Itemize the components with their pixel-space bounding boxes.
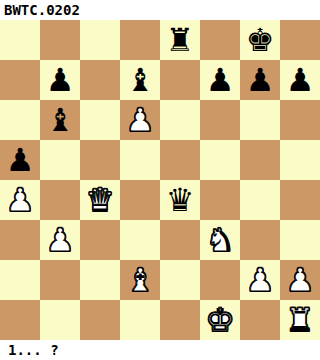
piece-black-pawn[interactable]: ♟ bbox=[200, 60, 240, 100]
piece-white-pawn[interactable]: ♟ bbox=[40, 220, 80, 260]
square-g2[interactable]: ♟ bbox=[240, 260, 280, 300]
piece-white-bishop[interactable]: ♝ bbox=[120, 260, 160, 300]
piece-white-rook[interactable]: ♜ bbox=[280, 300, 320, 340]
square-c8[interactable] bbox=[80, 20, 120, 60]
piece-black-pawn[interactable]: ♟ bbox=[280, 60, 320, 100]
square-g1[interactable] bbox=[240, 300, 280, 340]
square-g4[interactable] bbox=[240, 180, 280, 220]
square-d5[interactable] bbox=[120, 140, 160, 180]
square-g7[interactable]: ♟ bbox=[240, 60, 280, 100]
piece-black-king[interactable]: ♚ bbox=[240, 20, 280, 60]
square-h2[interactable]: ♟ bbox=[280, 260, 320, 300]
square-h8[interactable] bbox=[280, 20, 320, 60]
square-c4[interactable]: ♛ bbox=[80, 180, 120, 220]
caption-bar: 1... ? bbox=[0, 340, 320, 360]
square-g6[interactable] bbox=[240, 100, 280, 140]
square-e3[interactable] bbox=[160, 220, 200, 260]
square-a1[interactable] bbox=[0, 300, 40, 340]
square-b6[interactable]: ♝ bbox=[40, 100, 80, 140]
piece-black-pawn[interactable]: ♟ bbox=[40, 60, 80, 100]
square-h6[interactable] bbox=[280, 100, 320, 140]
square-d1[interactable] bbox=[120, 300, 160, 340]
piece-white-pawn[interactable]: ♟ bbox=[240, 260, 280, 300]
square-g8[interactable]: ♚ bbox=[240, 20, 280, 60]
square-h5[interactable] bbox=[280, 140, 320, 180]
square-b4[interactable] bbox=[40, 180, 80, 220]
piece-white-queen[interactable]: ♛ bbox=[80, 180, 120, 220]
square-e7[interactable] bbox=[160, 60, 200, 100]
title-bar: BWTC.0202 bbox=[0, 0, 320, 20]
square-f6[interactable] bbox=[200, 100, 240, 140]
square-h3[interactable] bbox=[280, 220, 320, 260]
square-f8[interactable] bbox=[200, 20, 240, 60]
square-d3[interactable] bbox=[120, 220, 160, 260]
square-f7[interactable]: ♟ bbox=[200, 60, 240, 100]
square-f2[interactable] bbox=[200, 260, 240, 300]
square-b8[interactable] bbox=[40, 20, 80, 60]
square-c3[interactable] bbox=[80, 220, 120, 260]
square-c5[interactable] bbox=[80, 140, 120, 180]
square-f5[interactable] bbox=[200, 140, 240, 180]
square-b3[interactable]: ♟ bbox=[40, 220, 80, 260]
square-d7[interactable]: ♝ bbox=[120, 60, 160, 100]
piece-white-knight[interactable]: ♞ bbox=[200, 220, 240, 260]
square-h7[interactable]: ♟ bbox=[280, 60, 320, 100]
square-g5[interactable] bbox=[240, 140, 280, 180]
square-f4[interactable] bbox=[200, 180, 240, 220]
piece-black-rook[interactable]: ♜ bbox=[160, 20, 200, 60]
square-d2[interactable]: ♝ bbox=[120, 260, 160, 300]
chess-board: ♜♚♟♝♟♟♟♝♟♟♟♛♛♟♞♝♟♟♚♜ bbox=[0, 20, 320, 340]
square-b7[interactable]: ♟ bbox=[40, 60, 80, 100]
piece-white-king[interactable]: ♚ bbox=[200, 300, 240, 340]
square-h1[interactable]: ♜ bbox=[280, 300, 320, 340]
square-h4[interactable] bbox=[280, 180, 320, 220]
page-title: BWTC.0202 bbox=[4, 2, 80, 18]
piece-white-pawn[interactable]: ♟ bbox=[0, 180, 40, 220]
piece-black-pawn[interactable]: ♟ bbox=[240, 60, 280, 100]
square-a6[interactable] bbox=[0, 100, 40, 140]
square-a7[interactable] bbox=[0, 60, 40, 100]
square-a3[interactable] bbox=[0, 220, 40, 260]
square-a5[interactable]: ♟ bbox=[0, 140, 40, 180]
square-b1[interactable] bbox=[40, 300, 80, 340]
square-e2[interactable] bbox=[160, 260, 200, 300]
square-a4[interactable]: ♟ bbox=[0, 180, 40, 220]
square-e1[interactable] bbox=[160, 300, 200, 340]
square-e5[interactable] bbox=[160, 140, 200, 180]
square-c1[interactable] bbox=[80, 300, 120, 340]
square-d4[interactable] bbox=[120, 180, 160, 220]
square-a2[interactable] bbox=[0, 260, 40, 300]
piece-white-pawn[interactable]: ♟ bbox=[280, 260, 320, 300]
piece-black-pawn[interactable]: ♟ bbox=[0, 140, 40, 180]
piece-white-pawn[interactable]: ♟ bbox=[120, 100, 160, 140]
move-prompt: 1... ? bbox=[8, 342, 59, 358]
square-d8[interactable] bbox=[120, 20, 160, 60]
square-g3[interactable] bbox=[240, 220, 280, 260]
piece-black-bishop[interactable]: ♝ bbox=[120, 60, 160, 100]
square-f1[interactable]: ♚ bbox=[200, 300, 240, 340]
square-a8[interactable] bbox=[0, 20, 40, 60]
square-f3[interactable]: ♞ bbox=[200, 220, 240, 260]
square-b2[interactable] bbox=[40, 260, 80, 300]
square-c7[interactable] bbox=[80, 60, 120, 100]
piece-black-queen[interactable]: ♛ bbox=[160, 180, 200, 220]
square-b5[interactable] bbox=[40, 140, 80, 180]
square-c2[interactable] bbox=[80, 260, 120, 300]
square-e4[interactable]: ♛ bbox=[160, 180, 200, 220]
piece-black-bishop[interactable]: ♝ bbox=[40, 100, 80, 140]
square-e6[interactable] bbox=[160, 100, 200, 140]
square-d6[interactable]: ♟ bbox=[120, 100, 160, 140]
square-c6[interactable] bbox=[80, 100, 120, 140]
square-e8[interactable]: ♜ bbox=[160, 20, 200, 60]
